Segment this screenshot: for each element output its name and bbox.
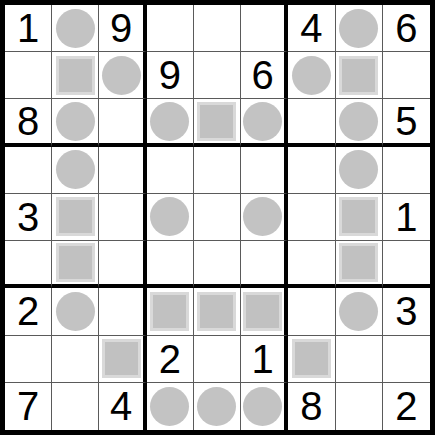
cell-r6c1[interactable] (5, 241, 52, 288)
cell-r5c5[interactable] (194, 194, 241, 241)
cell-r5c6[interactable] (241, 194, 288, 241)
cell-r8c1[interactable] (5, 336, 52, 383)
cell-r9c3[interactable]: 4 (99, 383, 146, 430)
cell-r1c4[interactable] (147, 5, 194, 52)
odd-mark-circle-icon (243, 197, 282, 236)
even-mark-square-icon (243, 292, 282, 331)
cell-r7c5[interactable] (194, 288, 241, 335)
cell-r6c5[interactable] (194, 241, 241, 288)
odd-mark-circle-icon (150, 197, 189, 236)
given-digit: 2 (395, 386, 417, 426)
cell-r8c5[interactable] (194, 336, 241, 383)
even-mark-square-icon (56, 197, 95, 236)
cell-r9c7[interactable]: 8 (288, 383, 335, 430)
cell-r9c4[interactable] (147, 383, 194, 430)
cell-r9c9[interactable]: 2 (383, 383, 430, 430)
even-mark-square-icon (56, 243, 95, 282)
cell-r6c3[interactable] (99, 241, 146, 288)
cell-r6c8[interactable] (336, 241, 383, 288)
even-mark-square-icon (197, 102, 236, 141)
cell-r8c6[interactable]: 1 (241, 336, 288, 383)
cell-r7c2[interactable] (52, 288, 99, 335)
given-digit: 4 (300, 8, 322, 48)
cell-r1c1[interactable]: 1 (5, 5, 52, 52)
even-mark-square-icon (292, 339, 331, 378)
cell-r2c1[interactable] (5, 52, 52, 99)
cell-r6c9[interactable] (383, 241, 430, 288)
cell-r2c4[interactable]: 9 (147, 52, 194, 99)
given-digit: 1 (395, 197, 417, 237)
given-digit: 9 (110, 8, 132, 48)
cell-r4c3[interactable] (99, 147, 146, 194)
even-mark-square-icon (339, 197, 378, 236)
cell-r8c9[interactable] (383, 336, 430, 383)
cell-r7c3[interactable] (99, 288, 146, 335)
cell-r4c5[interactable] (194, 147, 241, 194)
cell-r9c5[interactable] (194, 383, 241, 430)
cell-r5c3[interactable] (99, 194, 146, 241)
given-digit: 1 (252, 339, 274, 379)
cell-r7c1[interactable]: 2 (5, 288, 52, 335)
cell-r1c6[interactable] (241, 5, 288, 52)
cell-r2c2[interactable] (52, 52, 99, 99)
cell-r6c6[interactable] (241, 241, 288, 288)
cell-r8c4[interactable]: 2 (147, 336, 194, 383)
odd-mark-circle-icon (56, 102, 95, 141)
given-digit: 8 (17, 101, 39, 141)
cell-r6c7[interactable] (288, 241, 335, 288)
odd-mark-circle-icon (56, 292, 95, 331)
cell-r4c7[interactable] (288, 147, 335, 194)
given-digit: 6 (252, 55, 274, 95)
cell-r5c7[interactable] (288, 194, 335, 241)
cell-r2c6[interactable]: 6 (241, 52, 288, 99)
cell-r1c9[interactable]: 6 (383, 5, 430, 52)
odd-mark-circle-icon (102, 56, 141, 95)
cell-r5c1[interactable]: 3 (5, 194, 52, 241)
cell-r4c1[interactable] (5, 147, 52, 194)
odd-mark-circle-icon (339, 9, 378, 48)
cell-r8c8[interactable] (336, 336, 383, 383)
cell-r8c3[interactable] (99, 336, 146, 383)
cell-r2c3[interactable] (99, 52, 146, 99)
odd-mark-circle-icon (197, 387, 236, 426)
cell-r7c8[interactable] (336, 288, 383, 335)
cell-r7c9[interactable]: 3 (383, 288, 430, 335)
odd-mark-circle-icon (339, 292, 378, 331)
cell-r1c3[interactable]: 9 (99, 5, 146, 52)
given-digit: 5 (395, 101, 417, 141)
cell-r1c2[interactable] (52, 5, 99, 52)
cell-r9c2[interactable] (52, 383, 99, 430)
cell-r3c3[interactable] (99, 99, 146, 146)
cell-r8c7[interactable] (288, 336, 335, 383)
cell-r7c7[interactable] (288, 288, 335, 335)
cell-r2c5[interactable] (194, 52, 241, 99)
cell-r1c8[interactable] (336, 5, 383, 52)
odd-mark-circle-icon (339, 102, 378, 141)
cell-r4c4[interactable] (147, 147, 194, 194)
cell-r3c6[interactable] (241, 99, 288, 146)
even-mark-square-icon (197, 292, 236, 331)
cell-r9c1[interactable]: 7 (5, 383, 52, 430)
cell-r8c2[interactable] (52, 336, 99, 383)
given-digit: 3 (395, 291, 417, 331)
cell-r4c8[interactable] (336, 147, 383, 194)
odd-mark-circle-icon (56, 9, 95, 48)
cell-r6c4[interactable] (147, 241, 194, 288)
cell-r1c7[interactable]: 4 (288, 5, 335, 52)
given-digit: 6 (395, 8, 417, 48)
given-digit: 2 (159, 339, 181, 379)
given-digit: 2 (17, 291, 39, 331)
even-mark-square-icon (339, 56, 378, 95)
even-mark-square-icon (339, 243, 378, 282)
cell-r3c9[interactable]: 5 (383, 99, 430, 146)
even-mark-square-icon (102, 339, 141, 378)
cell-r3c2[interactable] (52, 99, 99, 146)
given-digit: 8 (300, 386, 322, 426)
odd-mark-circle-icon (243, 387, 282, 426)
given-digit: 4 (110, 386, 132, 426)
cell-r5c8[interactable] (336, 194, 383, 241)
cell-r4c6[interactable] (241, 147, 288, 194)
given-digit: 9 (159, 55, 181, 95)
odd-mark-circle-icon (56, 150, 95, 189)
cell-r9c8[interactable] (336, 383, 383, 430)
cell-r7c6[interactable] (241, 288, 288, 335)
cell-r2c9[interactable] (383, 52, 430, 99)
cell-r6c2[interactable] (52, 241, 99, 288)
cell-r4c2[interactable] (52, 147, 99, 194)
cell-r3c4[interactable] (147, 99, 194, 146)
cell-r3c5[interactable] (194, 99, 241, 146)
sudoku-board: 194696853123217482 (0, 0, 435, 435)
cell-r2c7[interactable] (288, 52, 335, 99)
cell-r2c8[interactable] (336, 52, 383, 99)
cell-r5c4[interactable] (147, 194, 194, 241)
even-mark-square-icon (56, 56, 95, 95)
odd-mark-circle-icon (150, 387, 189, 426)
cell-r5c2[interactable] (52, 194, 99, 241)
given-digit: 7 (17, 386, 39, 426)
cell-r3c1[interactable]: 8 (5, 99, 52, 146)
given-digit: 1 (17, 8, 39, 48)
cell-r3c7[interactable] (288, 99, 335, 146)
cell-r4c9[interactable] (383, 147, 430, 194)
cell-r5c9[interactable]: 1 (383, 194, 430, 241)
odd-mark-circle-icon (243, 102, 282, 141)
cell-r3c8[interactable] (336, 99, 383, 146)
even-mark-square-icon (150, 292, 189, 331)
cell-r9c6[interactable] (241, 383, 288, 430)
odd-mark-circle-icon (292, 56, 331, 95)
cell-r7c4[interactable] (147, 288, 194, 335)
given-digit: 3 (17, 197, 39, 237)
cell-r1c5[interactable] (194, 5, 241, 52)
odd-mark-circle-icon (339, 150, 378, 189)
odd-mark-circle-icon (150, 102, 189, 141)
